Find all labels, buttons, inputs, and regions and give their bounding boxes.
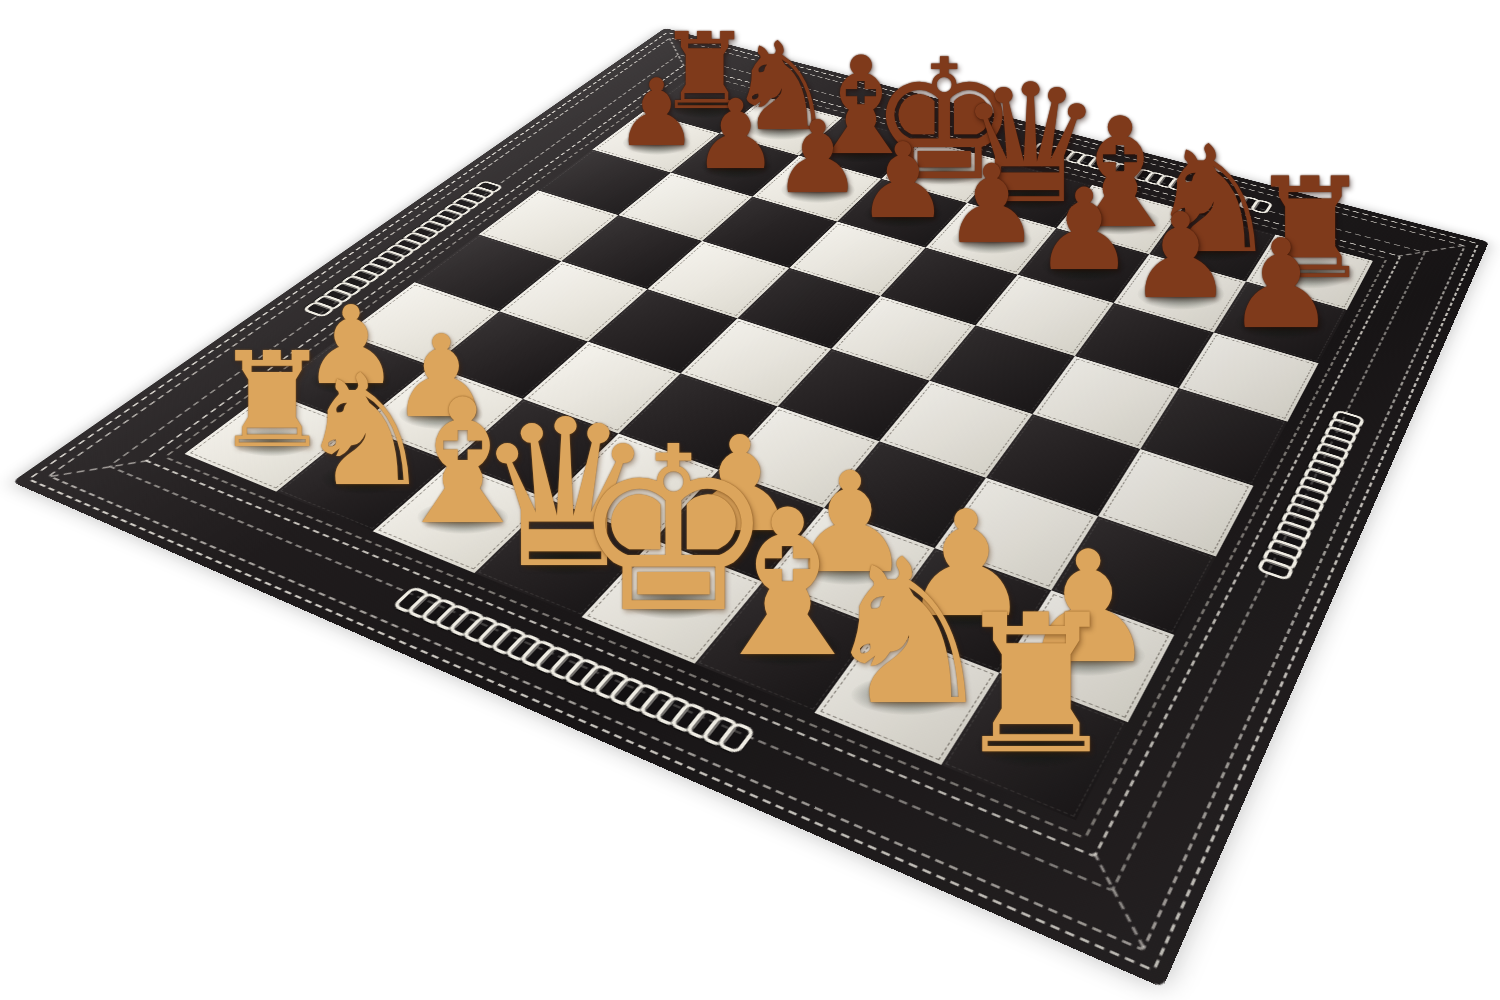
white-rook-h1[interactable]: ♜ bbox=[950, 591, 1121, 782]
corner-miter-seam bbox=[1397, 245, 1464, 257]
black-pawn-b7[interactable]: ♟ bbox=[692, 87, 778, 183]
black-pawn-f7[interactable]: ♟ bbox=[1034, 174, 1135, 287]
black-pawn-g7[interactable]: ♟ bbox=[1128, 198, 1234, 316]
black-pawn-d7[interactable]: ♟ bbox=[856, 129, 949, 233]
black-pawn-c7[interactable]: ♟ bbox=[773, 108, 863, 208]
black-pawn-h7[interactable]: ♟ bbox=[1226, 223, 1336, 346]
black-pawn-e7[interactable]: ♟ bbox=[943, 151, 1040, 259]
black-pawn-a7[interactable]: ♟ bbox=[615, 67, 698, 160]
chain-stitch-accent bbox=[1281, 409, 1365, 530]
corner-miter-seam bbox=[1093, 853, 1145, 948]
chess-product-photo: ♜♞♝♚♛♝♞♜♟♟♟♟♟♟♟♟♜♞♝♛♚♝♞♜♟♟♟♟♟♟ bbox=[0, 0, 1500, 1000]
corner-miter-seam bbox=[51, 460, 149, 477]
